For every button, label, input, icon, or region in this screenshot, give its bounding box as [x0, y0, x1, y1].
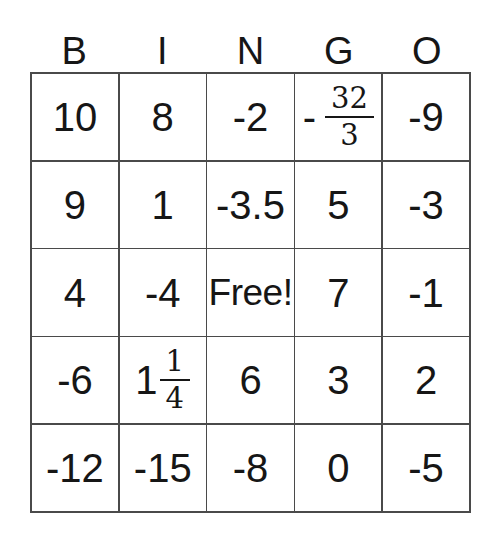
- cell-value: -5: [408, 448, 444, 488]
- cell-value: 1: [152, 185, 174, 225]
- cell-r5c1: -12: [32, 425, 118, 511]
- cell-value: 3: [327, 360, 349, 400]
- cell-value: 6: [239, 360, 261, 400]
- cell-value: -12: [46, 448, 104, 488]
- cell-r4c4: 3: [295, 337, 381, 423]
- header-letter-o: O: [383, 0, 471, 70]
- fraction-numerator: 1: [160, 347, 190, 381]
- cell-value: -3.5: [216, 185, 285, 225]
- cell-r2c5: -3: [383, 162, 469, 248]
- cell-r3c1: 4: [32, 249, 118, 335]
- cell-r1c1: 10: [32, 74, 118, 160]
- header-letter-i: I: [118, 0, 206, 70]
- cell-value: -6: [57, 360, 93, 400]
- cell-r1c3: -2: [207, 74, 293, 160]
- cell-value: -2: [233, 97, 269, 137]
- fraction-denominator: 4: [166, 381, 184, 413]
- bingo-header: B I N G O: [30, 0, 471, 70]
- whole-number: 1: [135, 360, 157, 400]
- free-space-label: Free!: [209, 274, 293, 311]
- cell-r3c2: -4: [120, 249, 206, 335]
- cell-r5c3: -8: [207, 425, 293, 511]
- fraction: 14: [160, 347, 190, 413]
- cell-value: -15: [134, 448, 192, 488]
- header-letter-n: N: [206, 0, 294, 70]
- cell-value: 4: [64, 273, 86, 313]
- cell-r2c3: -3.5: [207, 162, 293, 248]
- cell-r1c2: 8: [120, 74, 206, 160]
- fraction-denominator: 3: [340, 118, 358, 150]
- cell-value: 7: [327, 273, 349, 313]
- cell-r4c1: -6: [32, 337, 118, 423]
- cell-value: -9: [408, 97, 444, 137]
- cell-value: 8: [152, 97, 174, 137]
- cell-value: -1: [408, 273, 444, 313]
- cell-r2c2: 1: [120, 162, 206, 248]
- cell-r3c4: 7: [295, 249, 381, 335]
- cell-r4c3: 6: [207, 337, 293, 423]
- header-letter-g: G: [295, 0, 383, 70]
- minus-sign: -: [303, 97, 316, 137]
- cell-r1c4: -323: [295, 74, 381, 160]
- cell-r4c5: 2: [383, 337, 469, 423]
- bingo-card: B I N G O 108-2-323-991-3.55-34-4Free!7-…: [0, 0, 500, 544]
- header-letter-b: B: [30, 0, 118, 70]
- cell-value: -8: [233, 448, 269, 488]
- fraction: 323: [325, 84, 374, 150]
- cell-r5c5: -5: [383, 425, 469, 511]
- cell-r2c4: 5: [295, 162, 381, 248]
- bingo-board: 108-2-323-991-3.55-34-4Free!7-1-6114632-…: [30, 72, 471, 513]
- cell-value: 5: [327, 185, 349, 225]
- cell-value: -4: [145, 273, 181, 313]
- cell-value: 0: [327, 448, 349, 488]
- cell-value: 2: [415, 360, 437, 400]
- cell-value: 10: [53, 97, 98, 137]
- cell-r3c3: Free!: [207, 249, 293, 335]
- cell-value: -3: [408, 185, 444, 225]
- cell-r4c2: 114: [120, 337, 206, 423]
- cell-r1c5: -9: [383, 74, 469, 160]
- fraction-numerator: 32: [325, 84, 374, 118]
- cell-value: 9: [64, 185, 86, 225]
- cell-r3c5: -1: [383, 249, 469, 335]
- cell-r2c1: 9: [32, 162, 118, 248]
- cell-r5c2: -15: [120, 425, 206, 511]
- cell-r5c4: 0: [295, 425, 381, 511]
